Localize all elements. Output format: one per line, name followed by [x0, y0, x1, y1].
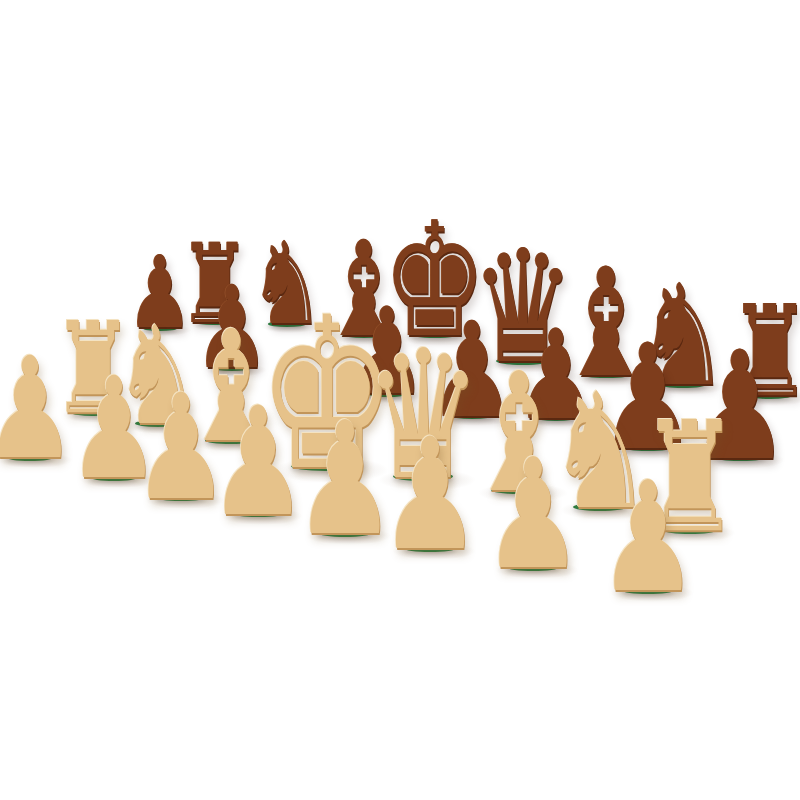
chess-set-photo: ♜♞♝♚♛♝♞♜♟♟♟♟♟♟♟♜♞♝♚♛♝♞♜♟♟♟♟♟♟♟♟ [0, 0, 800, 800]
pawn-glyph: ♟ [483, 439, 584, 591]
pawn-glyph: ♟ [598, 462, 699, 614]
light-pawn-piece: ♟ [580, 462, 716, 614]
pieces-scene: ♜♞♝♚♛♝♞♜♟♟♟♟♟♟♟♜♞♝♚♛♝♞♜♟♟♟♟♟♟♟♟ [0, 0, 800, 800]
